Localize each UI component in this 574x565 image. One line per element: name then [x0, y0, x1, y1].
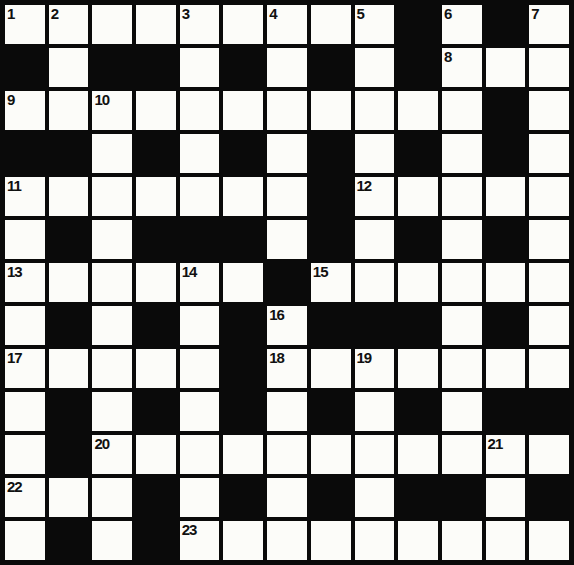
- cell-r1c2[interactable]: 2: [49, 5, 89, 44]
- cell-r10c2: [49, 392, 89, 431]
- cell-r4c10: [398, 134, 438, 173]
- cell-r10c6: [223, 392, 263, 431]
- cell-r8c7[interactable]: 16: [267, 306, 307, 345]
- cell-r2c12[interactable]: [486, 48, 526, 87]
- clue-number: 6: [444, 5, 451, 22]
- cell-r4c12: [486, 134, 526, 173]
- cell-r4c1: [5, 134, 45, 173]
- clue-number: 18: [269, 349, 284, 366]
- cell-r13c9[interactable]: [355, 521, 395, 560]
- cell-r5c5[interactable]: [180, 177, 220, 216]
- clue-number: 4: [269, 5, 276, 22]
- cell-r1c11[interactable]: 6: [442, 5, 482, 44]
- cell-r11c13[interactable]: [529, 435, 569, 474]
- cell-r11c1[interactable]: [5, 435, 45, 474]
- cell-r7c5[interactable]: 14: [180, 263, 220, 302]
- cell-r13c12[interactable]: [486, 521, 526, 560]
- cell-r8c11[interactable]: [442, 306, 482, 345]
- cell-r11c7[interactable]: [267, 435, 307, 474]
- cell-r11c9[interactable]: [355, 435, 395, 474]
- cell-r13c2: [49, 521, 89, 560]
- cell-r5c13[interactable]: [529, 177, 569, 216]
- cell-r10c11[interactable]: [442, 392, 482, 431]
- cell-r1c7[interactable]: 4: [267, 5, 307, 44]
- cell-r7c7: [267, 263, 307, 302]
- cell-r6c9[interactable]: [355, 220, 395, 259]
- cell-r13c13[interactable]: [529, 521, 569, 560]
- cell-r12c6: [223, 478, 263, 517]
- cell-r10c8: [311, 392, 351, 431]
- cell-r6c4: [136, 220, 176, 259]
- cell-r13c10[interactable]: [398, 521, 438, 560]
- cell-r7c3[interactable]: [92, 263, 132, 302]
- cell-r10c13: [529, 392, 569, 431]
- cell-r10c12: [486, 392, 526, 431]
- cell-r1c13[interactable]: 7: [529, 5, 569, 44]
- cell-r12c12[interactable]: [486, 478, 526, 517]
- cell-r9c12[interactable]: [486, 349, 526, 388]
- clue-number: 10: [94, 91, 109, 108]
- cell-r6c7[interactable]: [267, 220, 307, 259]
- cell-r12c7[interactable]: [267, 478, 307, 517]
- cell-r8c13[interactable]: [529, 306, 569, 345]
- cell-r11c10[interactable]: [398, 435, 438, 474]
- cell-r5c9[interactable]: 12: [355, 177, 395, 216]
- cell-r4c4: [136, 134, 176, 173]
- cell-r13c3[interactable]: [92, 521, 132, 560]
- clue-number: 5: [357, 5, 364, 22]
- cell-r13c1[interactable]: [5, 521, 45, 560]
- cell-r2c3: [92, 48, 132, 87]
- cell-r2c1: [5, 48, 45, 87]
- cell-r1c12: [486, 5, 526, 44]
- cell-r2c2[interactable]: [49, 48, 89, 87]
- cell-r12c5[interactable]: [180, 478, 220, 517]
- cell-r3c3[interactable]: 10: [92, 91, 132, 130]
- cell-r4c9[interactable]: [355, 134, 395, 173]
- cell-r1c8[interactable]: [311, 5, 351, 44]
- cell-r13c8[interactable]: [311, 521, 351, 560]
- cell-r1c4[interactable]: [136, 5, 176, 44]
- cell-r10c1[interactable]: [5, 392, 45, 431]
- cell-r2c13[interactable]: [529, 48, 569, 87]
- cell-r12c10: [398, 478, 438, 517]
- cell-r4c11[interactable]: [442, 134, 482, 173]
- cell-r5c3[interactable]: [92, 177, 132, 216]
- cell-r11c11[interactable]: [442, 435, 482, 474]
- cell-r12c2[interactable]: [49, 478, 89, 517]
- cell-r6c10: [398, 220, 438, 259]
- cell-r3c2[interactable]: [49, 91, 89, 130]
- cell-r1c5[interactable]: 3: [180, 5, 220, 44]
- cell-r4c13[interactable]: [529, 134, 569, 173]
- cell-r7c8[interactable]: 15: [311, 263, 351, 302]
- crossword-grid: 1234567891011121314151617181920212223: [0, 0, 574, 565]
- cell-r7c2[interactable]: [49, 263, 89, 302]
- cell-r2c8: [311, 48, 351, 87]
- cell-r10c9[interactable]: [355, 392, 395, 431]
- cell-r2c4: [136, 48, 176, 87]
- clue-number: 16: [269, 306, 284, 323]
- cell-r1c6[interactable]: [223, 5, 263, 44]
- cell-r9c1[interactable]: 17: [5, 349, 45, 388]
- cell-r6c1[interactable]: [5, 220, 45, 259]
- cell-r9c11[interactable]: [442, 349, 482, 388]
- cell-r7c1[interactable]: 13: [5, 263, 45, 302]
- cell-r6c2: [49, 220, 89, 259]
- clue-number: 14: [182, 263, 197, 280]
- cell-r1c3[interactable]: [92, 5, 132, 44]
- cell-r5c7[interactable]: [267, 177, 307, 216]
- cell-r7c13[interactable]: [529, 263, 569, 302]
- cell-r5c11[interactable]: [442, 177, 482, 216]
- cell-r4c8: [311, 134, 351, 173]
- cell-r8c9: [355, 306, 395, 345]
- cell-r3c12: [486, 91, 526, 130]
- cell-r3c13[interactable]: [529, 91, 569, 130]
- cell-r12c13: [529, 478, 569, 517]
- cell-r5c4[interactable]: [136, 177, 176, 216]
- cell-r9c13[interactable]: [529, 349, 569, 388]
- cell-r2c11[interactable]: 8: [442, 48, 482, 87]
- clue-number: 9: [7, 91, 14, 108]
- cell-r4c2: [49, 134, 89, 173]
- cell-r13c4: [136, 521, 176, 560]
- clue-number: 21: [488, 435, 503, 452]
- clue-number: 20: [94, 435, 109, 452]
- cell-r3c11[interactable]: [442, 91, 482, 130]
- clue-number: 3: [182, 5, 189, 22]
- cell-r10c4: [136, 392, 176, 431]
- cell-r8c3[interactable]: [92, 306, 132, 345]
- cell-r5c10[interactable]: [398, 177, 438, 216]
- clue-number: 23: [182, 521, 197, 538]
- cell-r10c3[interactable]: [92, 392, 132, 431]
- cell-r2c9[interactable]: [355, 48, 395, 87]
- cell-r11c5[interactable]: [180, 435, 220, 474]
- cell-r9c9[interactable]: 19: [355, 349, 395, 388]
- cell-r1c10: [398, 5, 438, 44]
- cell-r12c8: [311, 478, 351, 517]
- cell-r10c7[interactable]: [267, 392, 307, 431]
- cell-r3c6[interactable]: [223, 91, 263, 130]
- clue-number: 17: [7, 349, 22, 366]
- cell-r3c10[interactable]: [398, 91, 438, 130]
- cell-r9c7[interactable]: 18: [267, 349, 307, 388]
- cell-r12c4: [136, 478, 176, 517]
- cell-r6c3[interactable]: [92, 220, 132, 259]
- cell-r12c3[interactable]: [92, 478, 132, 517]
- cell-r11c8[interactable]: [311, 435, 351, 474]
- cell-r11c6[interactable]: [223, 435, 263, 474]
- cell-r12c9[interactable]: [355, 478, 395, 517]
- cell-r6c6: [223, 220, 263, 259]
- cell-r8c8: [311, 306, 351, 345]
- cell-r9c4[interactable]: [136, 349, 176, 388]
- cell-r5c2[interactable]: [49, 177, 89, 216]
- cell-r2c5[interactable]: [180, 48, 220, 87]
- cell-r13c7[interactable]: [267, 521, 307, 560]
- cell-r7c12[interactable]: [486, 263, 526, 302]
- cell-r12c11: [442, 478, 482, 517]
- clue-number: 19: [357, 349, 372, 366]
- clue-number: 7: [531, 5, 538, 22]
- cell-r7c10[interactable]: [398, 263, 438, 302]
- cell-r9c2[interactable]: [49, 349, 89, 388]
- cell-r9c10[interactable]: [398, 349, 438, 388]
- cell-r3c9[interactable]: [355, 91, 395, 130]
- cell-r8c5[interactable]: [180, 306, 220, 345]
- cell-r7c4[interactable]: [136, 263, 176, 302]
- cell-r6c13[interactable]: [529, 220, 569, 259]
- cell-r6c5: [180, 220, 220, 259]
- clue-number: 13: [7, 263, 22, 280]
- cell-r6c8: [311, 220, 351, 259]
- cell-r7c9[interactable]: [355, 263, 395, 302]
- cell-r2c7[interactable]: [267, 48, 307, 87]
- cell-r4c6: [223, 134, 263, 173]
- cell-r13c5[interactable]: 23: [180, 521, 220, 560]
- cell-r9c6: [223, 349, 263, 388]
- cell-r6c11[interactable]: [442, 220, 482, 259]
- cell-r11c4[interactable]: [136, 435, 176, 474]
- clue-number: 12: [357, 177, 372, 194]
- clue-number: 1: [7, 5, 14, 22]
- cell-r3c1[interactable]: 9: [5, 91, 45, 130]
- cell-r8c12: [486, 306, 526, 345]
- cell-r11c12[interactable]: 21: [486, 435, 526, 474]
- cell-r10c10: [398, 392, 438, 431]
- cell-r5c6[interactable]: [223, 177, 263, 216]
- cell-r3c4[interactable]: [136, 91, 176, 130]
- cell-r5c12[interactable]: [486, 177, 526, 216]
- clue-number: 11: [7, 177, 21, 194]
- cell-r5c1[interactable]: 11: [5, 177, 45, 216]
- cell-r3c5[interactable]: [180, 91, 220, 130]
- cell-r3c7[interactable]: [267, 91, 307, 130]
- cell-r9c5[interactable]: [180, 349, 220, 388]
- cell-r8c4: [136, 306, 176, 345]
- cell-r13c6[interactable]: [223, 521, 263, 560]
- clue-number: 15: [313, 263, 328, 280]
- cell-r1c9[interactable]: 5: [355, 5, 395, 44]
- cell-r2c6: [223, 48, 263, 87]
- cell-r11c3[interactable]: 20: [92, 435, 132, 474]
- cell-r4c5[interactable]: [180, 134, 220, 173]
- cell-r3c8[interactable]: [311, 91, 351, 130]
- cell-r8c2: [49, 306, 89, 345]
- cell-r7c6[interactable]: [223, 263, 263, 302]
- clue-number: 2: [51, 5, 58, 22]
- cell-r2c10: [398, 48, 438, 87]
- clue-number: 22: [7, 478, 22, 495]
- cell-r8c10: [398, 306, 438, 345]
- cell-r9c8[interactable]: [311, 349, 351, 388]
- cell-r5c8: [311, 177, 351, 216]
- cell-r4c3[interactable]: [92, 134, 132, 173]
- cell-r1c1[interactable]: 1: [5, 5, 45, 44]
- cell-r8c1[interactable]: [5, 306, 45, 345]
- clue-number: 8: [444, 48, 451, 65]
- cell-r8c6: [223, 306, 263, 345]
- cell-r7c11[interactable]: [442, 263, 482, 302]
- cell-r12c1[interactable]: 22: [5, 478, 45, 517]
- cell-r9c3[interactable]: [92, 349, 132, 388]
- cell-r13c11[interactable]: [442, 521, 482, 560]
- cell-r11c2: [49, 435, 89, 474]
- cell-r6c12: [486, 220, 526, 259]
- cell-r10c5[interactable]: [180, 392, 220, 431]
- cell-r4c7[interactable]: [267, 134, 307, 173]
